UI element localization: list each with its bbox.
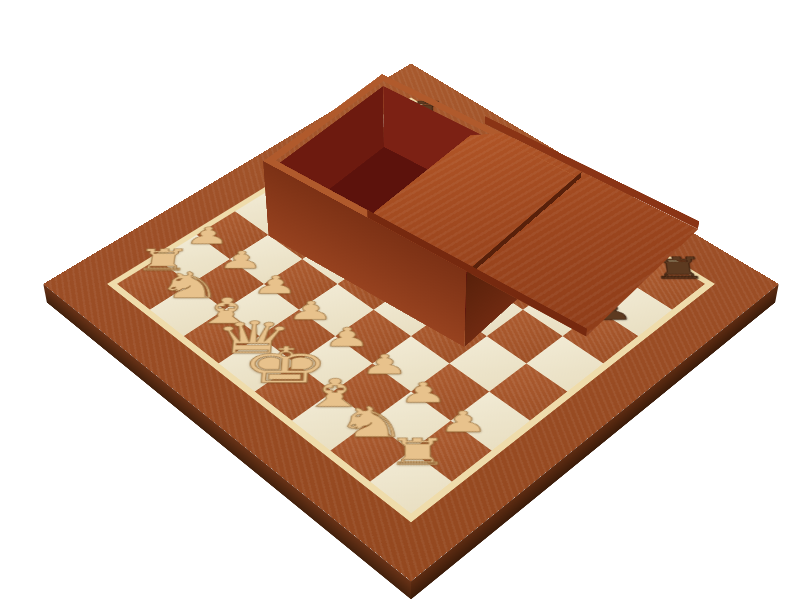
- chess-board: ♜♞♝♛♚♝♞♜♟♟♟♟♟♟♟♟♟♜♞♝♛♚♝♞♜: [43, 64, 778, 582]
- product-photo-stage: ♜♞♝♛♚♝♞♜♟♟♟♟♟♟♟♟♟♜♞♝♛♚♝♞♜: [0, 0, 800, 600]
